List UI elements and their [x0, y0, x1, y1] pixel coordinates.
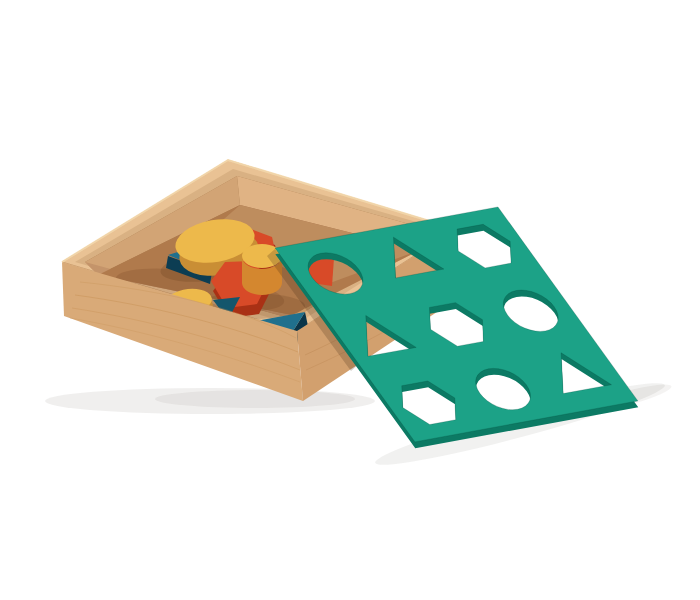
product-photo-shape-sorter: [0, 0, 700, 600]
scene: [0, 0, 700, 600]
